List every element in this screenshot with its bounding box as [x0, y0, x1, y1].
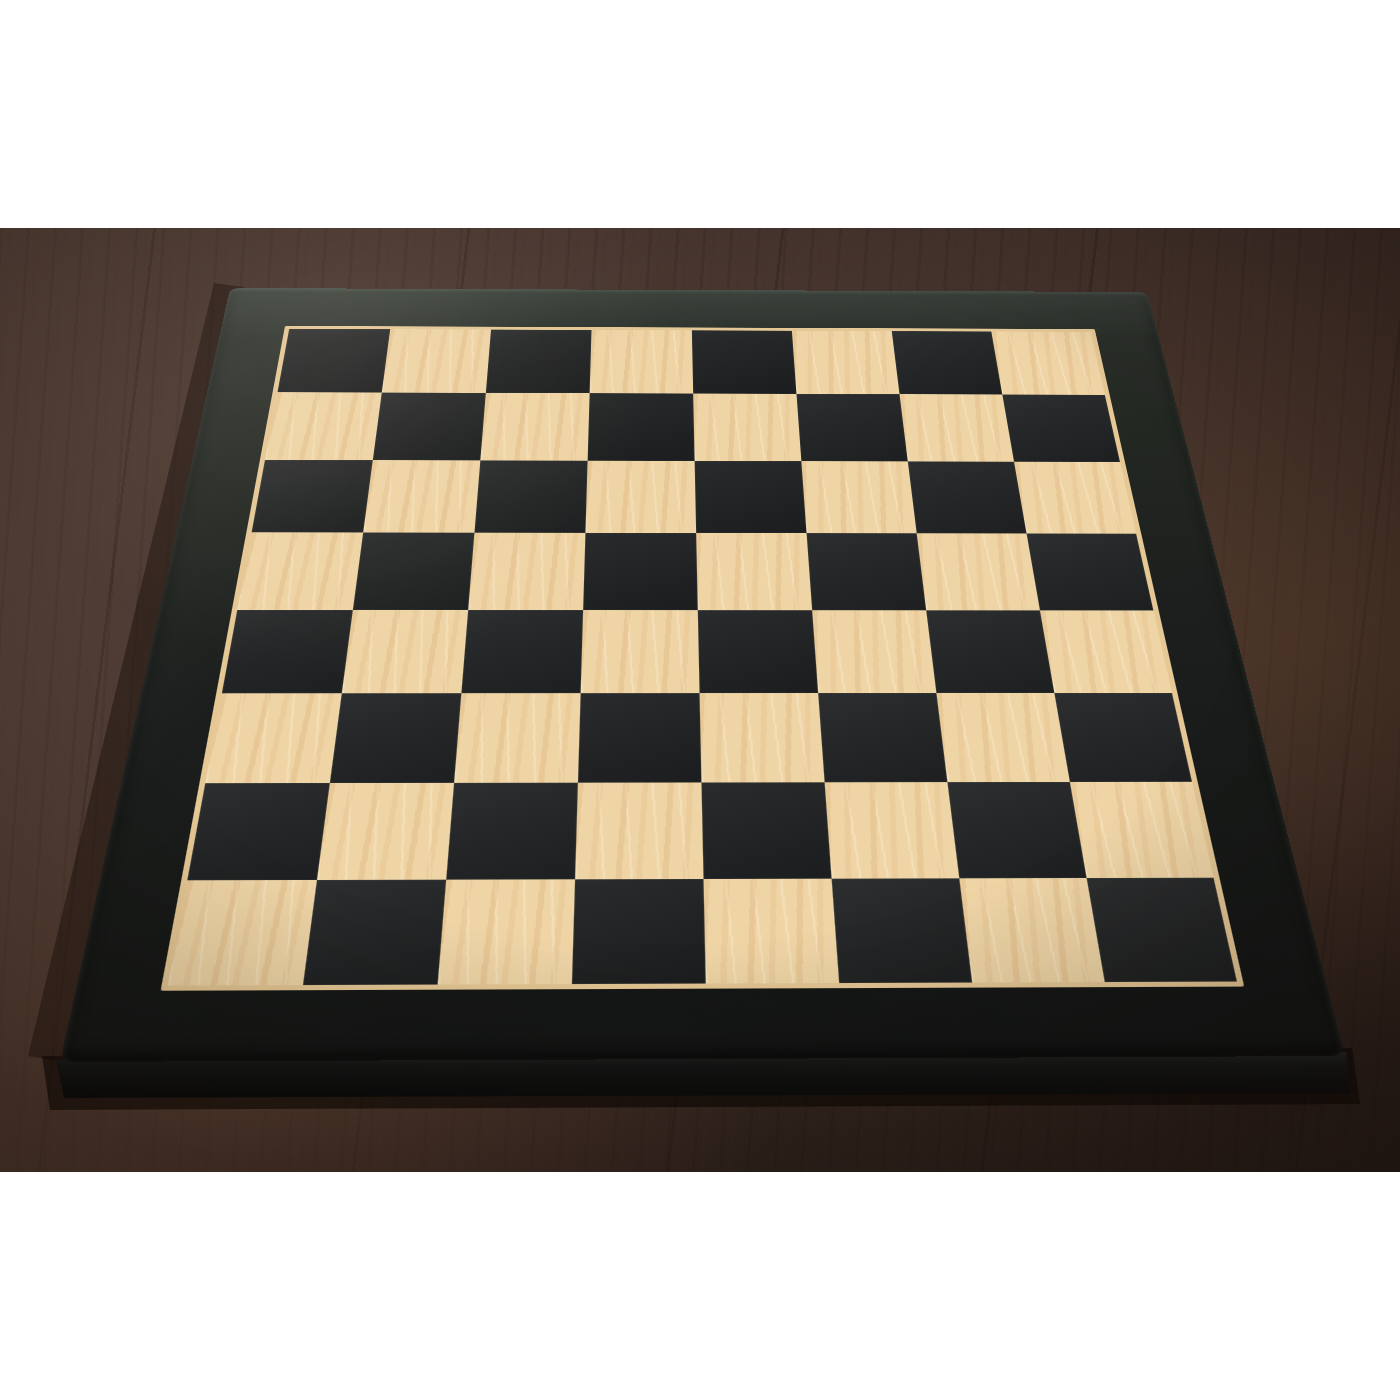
square-d6[interactable]: [585, 461, 696, 533]
page: [0, 0, 1400, 1400]
square-e8[interactable]: [692, 330, 797, 394]
square-c6[interactable]: [474, 460, 587, 532]
square-h2[interactable]: [1070, 782, 1214, 878]
square-g7[interactable]: [900, 394, 1015, 462]
square-b7[interactable]: [373, 393, 486, 461]
square-f5[interactable]: [807, 533, 927, 610]
square-g8[interactable]: [892, 331, 1003, 394]
square-f2[interactable]: [825, 782, 960, 879]
square-a1[interactable]: [168, 880, 317, 986]
square-e3[interactable]: [700, 693, 825, 782]
square-h6[interactable]: [1014, 462, 1136, 534]
square-f3[interactable]: [818, 693, 947, 782]
square-a8[interactable]: [277, 329, 390, 393]
square-f1[interactable]: [832, 878, 973, 983]
square-d5[interactable]: [583, 533, 698, 610]
square-e7[interactable]: [693, 394, 801, 462]
square-d4[interactable]: [581, 610, 700, 693]
square-a4[interactable]: [222, 610, 353, 693]
square-g6[interactable]: [908, 461, 1027, 533]
square-c5[interactable]: [468, 533, 585, 610]
square-f7[interactable]: [796, 394, 907, 462]
square-h1[interactable]: [1087, 878, 1237, 982]
square-c1[interactable]: [438, 879, 575, 984]
square-h4[interactable]: [1040, 610, 1172, 693]
chess-board[interactable]: [60, 288, 1345, 1062]
square-a7[interactable]: [265, 392, 382, 460]
square-d7[interactable]: [588, 393, 695, 461]
square-b2[interactable]: [317, 783, 454, 880]
square-e4[interactable]: [698, 610, 818, 693]
square-g2[interactable]: [947, 782, 1086, 878]
square-d1[interactable]: [572, 879, 706, 984]
square-a3[interactable]: [205, 693, 342, 783]
square-h8[interactable]: [991, 332, 1105, 395]
square-b4[interactable]: [342, 610, 468, 693]
square-a2[interactable]: [187, 783, 330, 880]
square-f8[interactable]: [792, 331, 900, 394]
square-b1[interactable]: [303, 880, 446, 985]
square-b6[interactable]: [363, 460, 480, 532]
square-c3[interactable]: [454, 693, 581, 783]
square-g4[interactable]: [926, 610, 1054, 693]
square-b8[interactable]: [382, 329, 491, 393]
square-f6[interactable]: [801, 461, 916, 533]
square-d8[interactable]: [590, 330, 694, 394]
square-b5[interactable]: [353, 532, 475, 610]
square-g1[interactable]: [959, 878, 1104, 983]
square-b3[interactable]: [330, 693, 462, 783]
square-h3[interactable]: [1054, 693, 1192, 782]
square-h7[interactable]: [1002, 395, 1120, 462]
square-e1[interactable]: [704, 879, 840, 984]
square-c7[interactable]: [480, 393, 589, 461]
board-field: [168, 329, 1237, 986]
square-e2[interactable]: [701, 782, 831, 879]
square-c4[interactable]: [461, 610, 583, 693]
square-e6[interactable]: [695, 461, 807, 533]
square-e5[interactable]: [696, 533, 812, 610]
square-g5[interactable]: [917, 533, 1040, 610]
square-c8[interactable]: [486, 330, 592, 394]
square-f4[interactable]: [812, 610, 936, 693]
square-c2[interactable]: [446, 783, 578, 880]
square-h5[interactable]: [1027, 533, 1154, 610]
square-g3[interactable]: [936, 693, 1069, 782]
square-d2[interactable]: [575, 782, 703, 879]
square-a5[interactable]: [237, 532, 363, 610]
square-a6[interactable]: [252, 460, 373, 533]
square-d3[interactable]: [578, 693, 702, 783]
